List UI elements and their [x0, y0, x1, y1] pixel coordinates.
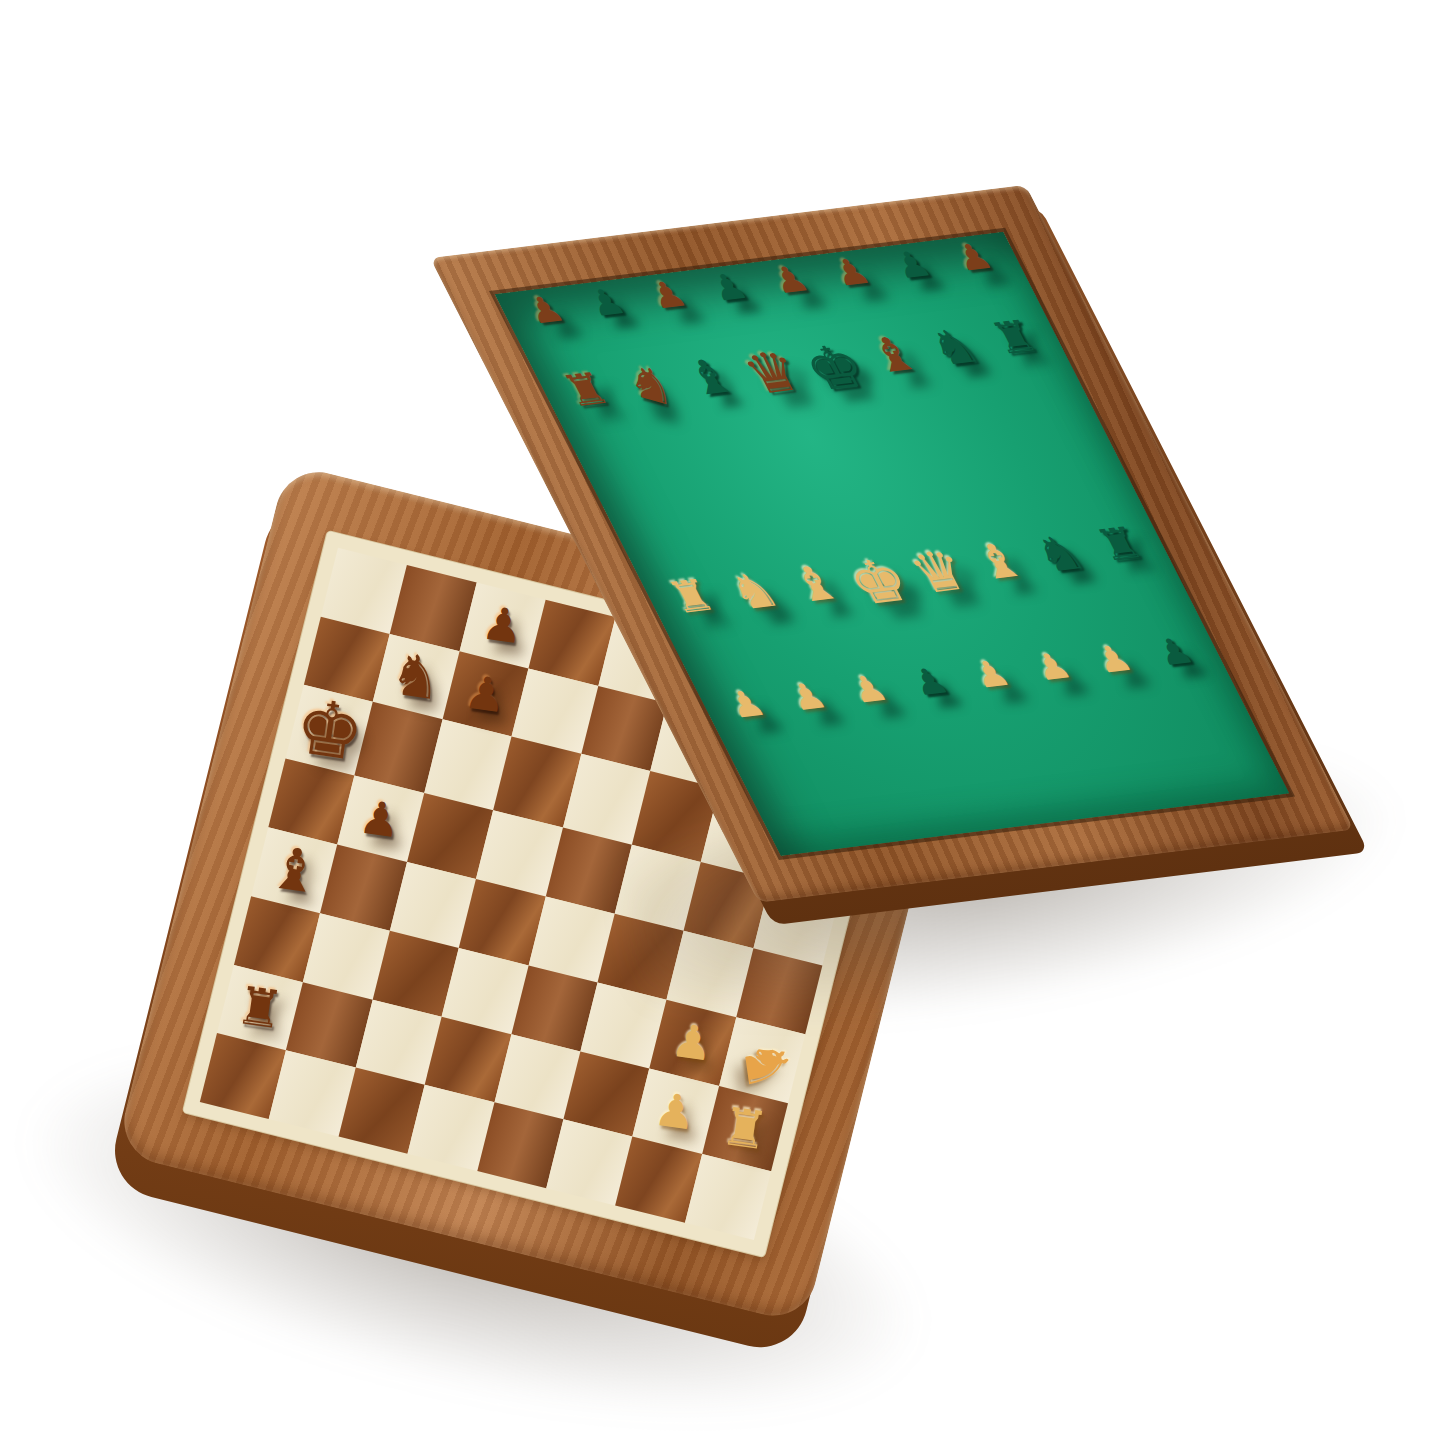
black-knight-b7: ♞: [386, 644, 446, 709]
tray-row-black-pawn-row: ♟♟♟♟♟♟♟♟: [507, 237, 1012, 331]
tray-row-white-pawn-row: ♟♟♟♟♟♟♟♟: [708, 631, 1213, 725]
white-pawn-g2: ♟: [652, 1086, 699, 1137]
black-pawn-b5: ♟: [357, 793, 404, 844]
black-pawn-c7: ♟: [462, 668, 509, 719]
black-bishop-a4: ♝: [265, 838, 325, 903]
black-rook-a2: ♜: [233, 979, 286, 1037]
tray-row-black-piece-row: ♜♞♝♛♚♝♞♜: [546, 313, 1063, 430]
black-king-a6: ♚: [290, 688, 368, 773]
tray-row-white-piece-row: ♜♞♝♚♛♝♞♜: [651, 520, 1168, 637]
black-pawn-c8: ♟: [479, 600, 526, 651]
white-rook-h2: ♜: [718, 1099, 771, 1157]
